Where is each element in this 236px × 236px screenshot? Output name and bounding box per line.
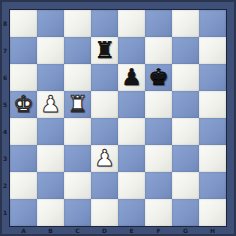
rank-label-3: 3 — [0, 145, 10, 172]
file-label-a: A — [10, 226, 37, 236]
file-label-g: G — [172, 226, 199, 236]
square-c1[interactable] — [64, 199, 91, 226]
square-a7[interactable] — [10, 37, 37, 64]
piece-white-rook[interactable]: ♜ — [67, 91, 88, 118]
file-label-h: H — [199, 226, 226, 236]
square-g3[interactable] — [172, 145, 199, 172]
square-g8[interactable] — [172, 10, 199, 37]
square-h6[interactable] — [199, 64, 226, 91]
square-a4[interactable] — [10, 118, 37, 145]
square-e3[interactable] — [118, 145, 145, 172]
square-b6[interactable] — [37, 64, 64, 91]
square-c7[interactable] — [64, 37, 91, 64]
square-a1[interactable] — [10, 199, 37, 226]
square-h1[interactable] — [199, 199, 226, 226]
square-h5[interactable] — [199, 91, 226, 118]
square-d8[interactable] — [91, 10, 118, 37]
square-d4[interactable] — [91, 118, 118, 145]
file-label-f: F — [145, 226, 172, 236]
square-d6[interactable] — [91, 64, 118, 91]
square-e5[interactable] — [118, 91, 145, 118]
square-a3[interactable] — [10, 145, 37, 172]
rank-label-5: 5 — [0, 91, 10, 118]
square-f7[interactable] — [145, 37, 172, 64]
square-f5[interactable] — [145, 91, 172, 118]
square-f1[interactable] — [145, 199, 172, 226]
square-h2[interactable] — [199, 172, 226, 199]
square-b2[interactable] — [37, 172, 64, 199]
square-g7[interactable] — [172, 37, 199, 64]
square-c2[interactable] — [64, 172, 91, 199]
square-g5[interactable] — [172, 91, 199, 118]
square-e1[interactable] — [118, 199, 145, 226]
square-b5[interactable]: ♟ — [37, 91, 64, 118]
square-f8[interactable] — [145, 10, 172, 37]
piece-black-king[interactable]: ♚ — [148, 64, 169, 91]
board-grid: ♜♟♚♚♟♜♟ — [10, 10, 226, 226]
square-c4[interactable] — [64, 118, 91, 145]
square-g6[interactable] — [172, 64, 199, 91]
square-e7[interactable] — [118, 37, 145, 64]
rank-label-8: 8 — [0, 10, 10, 37]
square-e6[interactable]: ♟ — [118, 64, 145, 91]
square-f4[interactable] — [145, 118, 172, 145]
file-label-d: D — [91, 226, 118, 236]
chess-board-frame: ♜♟♚♚♟♜♟ 87654321 ABCDEFGH — [0, 0, 236, 236]
rank-label-2: 2 — [0, 172, 10, 199]
file-label-b: B — [37, 226, 64, 236]
square-f2[interactable] — [145, 172, 172, 199]
piece-black-rook[interactable]: ♜ — [94, 37, 115, 64]
square-a6[interactable] — [10, 64, 37, 91]
file-label-e: E — [118, 226, 145, 236]
rank-label-7: 7 — [0, 37, 10, 64]
square-h8[interactable] — [199, 10, 226, 37]
square-d5[interactable] — [91, 91, 118, 118]
square-d3[interactable]: ♟ — [91, 145, 118, 172]
piece-white-king[interactable]: ♚ — [13, 91, 34, 118]
square-g4[interactable] — [172, 118, 199, 145]
square-b4[interactable] — [37, 118, 64, 145]
square-b3[interactable] — [37, 145, 64, 172]
square-c5[interactable]: ♜ — [64, 91, 91, 118]
square-c8[interactable] — [64, 10, 91, 37]
square-e2[interactable] — [118, 172, 145, 199]
square-a5[interactable]: ♚ — [10, 91, 37, 118]
piece-white-pawn[interactable]: ♟ — [40, 91, 61, 118]
square-d7[interactable]: ♜ — [91, 37, 118, 64]
square-b8[interactable] — [37, 10, 64, 37]
piece-white-pawn[interactable]: ♟ — [94, 145, 115, 172]
square-d1[interactable] — [91, 199, 118, 226]
square-a2[interactable] — [10, 172, 37, 199]
square-h7[interactable] — [199, 37, 226, 64]
square-f3[interactable] — [145, 145, 172, 172]
square-g1[interactable] — [172, 199, 199, 226]
rank-label-6: 6 — [0, 64, 10, 91]
square-d2[interactable] — [91, 172, 118, 199]
rank-label-1: 1 — [0, 199, 10, 226]
file-label-c: C — [64, 226, 91, 236]
piece-black-pawn[interactable]: ♟ — [121, 64, 142, 91]
rank-label-4: 4 — [0, 118, 10, 145]
square-g2[interactable] — [172, 172, 199, 199]
square-b7[interactable] — [37, 37, 64, 64]
square-e4[interactable] — [118, 118, 145, 145]
square-h3[interactable] — [199, 145, 226, 172]
square-h4[interactable] — [199, 118, 226, 145]
square-c3[interactable] — [64, 145, 91, 172]
square-b1[interactable] — [37, 199, 64, 226]
square-e8[interactable] — [118, 10, 145, 37]
square-c6[interactable] — [64, 64, 91, 91]
square-f6[interactable]: ♚ — [145, 64, 172, 91]
square-a8[interactable] — [10, 10, 37, 37]
